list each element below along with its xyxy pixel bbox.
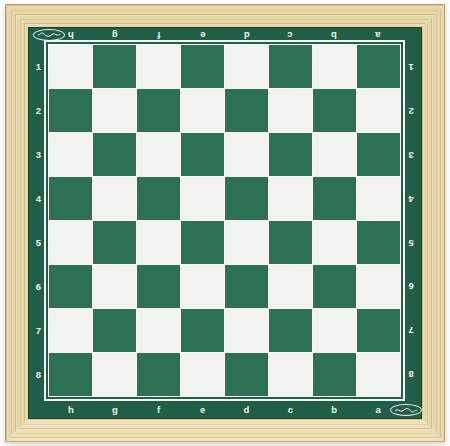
- file-label-d: d: [225, 28, 269, 43]
- square-f3[interactable]: [137, 133, 180, 176]
- rank-label-8: 8: [402, 352, 420, 396]
- square-f8[interactable]: [137, 353, 180, 396]
- square-e6[interactable]: [181, 265, 224, 308]
- rank-label-6: 6: [30, 264, 47, 308]
- square-h4[interactable]: [49, 177, 92, 220]
- square-a7[interactable]: [357, 309, 400, 352]
- square-f1[interactable]: [137, 45, 180, 88]
- file-label-e: e: [181, 28, 225, 43]
- square-d6[interactable]: [225, 265, 268, 308]
- brand-logo-script-icon: [37, 32, 61, 39]
- file-labels-bottom: hgfedcba: [49, 401, 400, 418]
- square-d4[interactable]: [225, 177, 268, 220]
- file-label-b: b: [312, 401, 356, 418]
- square-d1[interactable]: [225, 45, 268, 88]
- rank-label-3: 3: [402, 133, 420, 177]
- rank-label-7: 7: [30, 308, 47, 352]
- square-f6[interactable]: [137, 265, 180, 308]
- wood-frame: hgfedcba hgfedcba 12345678 12345678: [5, 4, 445, 442]
- square-e3[interactable]: [181, 133, 224, 176]
- rank-label-1: 1: [402, 45, 420, 89]
- chess-board: hgfedcba hgfedcba 12345678 12345678: [28, 27, 422, 419]
- file-labels-top: hgfedcba: [49, 28, 400, 43]
- rank-label-1: 1: [30, 45, 47, 89]
- square-e1[interactable]: [181, 45, 224, 88]
- wood-frame-top: [5, 4, 445, 27]
- square-g4[interactable]: [93, 177, 136, 220]
- square-d3[interactable]: [225, 133, 268, 176]
- square-g6[interactable]: [93, 265, 136, 308]
- square-c7[interactable]: [269, 309, 312, 352]
- squares-grid: [49, 45, 400, 396]
- square-f4[interactable]: [137, 177, 180, 220]
- file-label-b: b: [312, 28, 356, 43]
- rank-label-2: 2: [30, 89, 47, 133]
- file-label-c: c: [268, 28, 312, 43]
- square-g2[interactable]: [93, 89, 136, 132]
- rank-label-5: 5: [30, 221, 47, 265]
- square-a3[interactable]: [357, 133, 400, 176]
- square-f5[interactable]: [137, 221, 180, 264]
- rank-label-4: 4: [30, 177, 47, 221]
- rank-label-4: 4: [402, 177, 420, 221]
- file-label-g: g: [93, 28, 137, 43]
- square-e7[interactable]: [181, 309, 224, 352]
- square-h5[interactable]: [49, 221, 92, 264]
- wood-frame-bottom: [5, 419, 445, 442]
- square-e5[interactable]: [181, 221, 224, 264]
- file-label-e: e: [181, 401, 225, 418]
- square-c8[interactable]: [269, 353, 312, 396]
- square-c2[interactable]: [269, 89, 312, 132]
- square-a6[interactable]: [357, 265, 400, 308]
- square-h1[interactable]: [49, 45, 92, 88]
- square-b3[interactable]: [313, 133, 356, 176]
- square-g7[interactable]: [93, 309, 136, 352]
- square-c1[interactable]: [269, 45, 312, 88]
- rank-label-3: 3: [30, 133, 47, 177]
- square-g3[interactable]: [93, 133, 136, 176]
- square-a5[interactable]: [357, 221, 400, 264]
- square-d7[interactable]: [225, 309, 268, 352]
- square-c5[interactable]: [269, 221, 312, 264]
- square-g1[interactable]: [93, 45, 136, 88]
- rank-label-6: 6: [402, 264, 420, 308]
- square-h3[interactable]: [49, 133, 92, 176]
- square-d5[interactable]: [225, 221, 268, 264]
- rank-labels-left: 12345678: [30, 45, 47, 396]
- rank-label-7: 7: [402, 308, 420, 352]
- square-d2[interactable]: [225, 89, 268, 132]
- square-a2[interactable]: [357, 89, 400, 132]
- file-label-f: f: [137, 28, 181, 43]
- square-c4[interactable]: [269, 177, 312, 220]
- brand-logo-icon: [390, 404, 422, 416]
- file-label-h: h: [49, 401, 93, 418]
- square-e2[interactable]: [181, 89, 224, 132]
- rank-labels-right: 12345678: [402, 45, 420, 396]
- square-f2[interactable]: [137, 89, 180, 132]
- square-c3[interactable]: [269, 133, 312, 176]
- square-g5[interactable]: [93, 221, 136, 264]
- square-e4[interactable]: [181, 177, 224, 220]
- square-a1[interactable]: [357, 45, 400, 88]
- square-c6[interactable]: [269, 265, 312, 308]
- file-label-d: d: [225, 401, 269, 418]
- square-e8[interactable]: [181, 353, 224, 396]
- square-b5[interactable]: [313, 221, 356, 264]
- square-b6[interactable]: [313, 265, 356, 308]
- file-label-c: c: [268, 401, 312, 418]
- square-h2[interactable]: [49, 89, 92, 132]
- rank-label-2: 2: [402, 89, 420, 133]
- square-f7[interactable]: [137, 309, 180, 352]
- square-b8[interactable]: [313, 353, 356, 396]
- rank-label-8: 8: [30, 352, 47, 396]
- square-a8[interactable]: [357, 353, 400, 396]
- file-label-g: g: [93, 401, 137, 418]
- brand-logo-icon: [33, 29, 65, 41]
- square-h6[interactable]: [49, 265, 92, 308]
- square-b1[interactable]: [313, 45, 356, 88]
- square-h8[interactable]: [49, 353, 92, 396]
- file-label-f: f: [137, 401, 181, 418]
- brand-logo-script-icon: [394, 407, 418, 414]
- square-g8[interactable]: [93, 353, 136, 396]
- chessboard-product-photo: hgfedcba hgfedcba 12345678 12345678: [0, 0, 450, 446]
- square-a4[interactable]: [357, 177, 400, 220]
- square-d8[interactable]: [225, 353, 268, 396]
- square-b7[interactable]: [313, 309, 356, 352]
- square-b4[interactable]: [313, 177, 356, 220]
- rank-label-5: 5: [402, 221, 420, 265]
- wood-frame-left: [5, 4, 28, 442]
- square-b2[interactable]: [313, 89, 356, 132]
- file-label-a: a: [356, 28, 400, 43]
- wood-frame-right: [422, 4, 445, 442]
- square-h7[interactable]: [49, 309, 92, 352]
